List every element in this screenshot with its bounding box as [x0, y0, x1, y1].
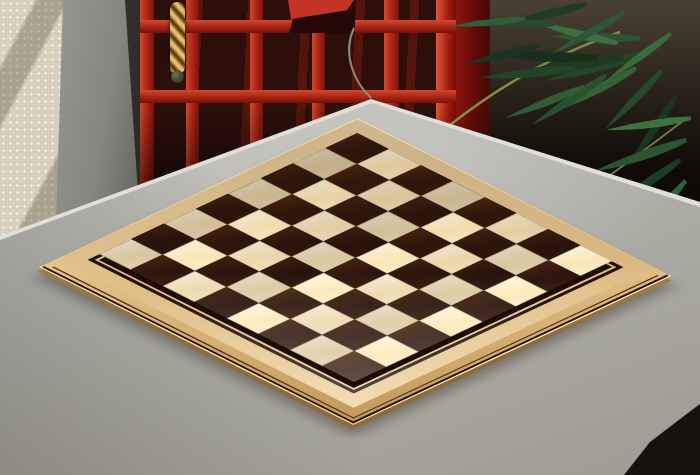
cabinet-rail — [140, 20, 456, 33]
cabinet-rail — [140, 90, 456, 103]
cabinet-roof-edge — [288, 0, 354, 24]
twisted-handle — [170, 2, 185, 74]
hanging-cable — [338, 24, 388, 104]
handle-mount — [171, 70, 184, 83]
photo-scene — [0, 0, 700, 475]
cabinet-roof-shadow — [289, 7, 355, 33]
